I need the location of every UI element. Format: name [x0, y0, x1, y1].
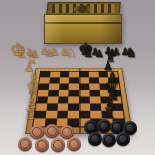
draughts-piece-ring [118, 134, 128, 144]
draughts-piece [88, 132, 102, 146]
draughts-piece-ring [112, 122, 122, 132]
chess-set-photo: ♔♗♙♙♙♙♙♙♘ ♚♝♟♟♟♟♟♟♞ ♖♙♗♕♘♙♖ ♜♟♝♛♞♟♜ [0, 0, 155, 155]
draughts-piece [116, 132, 130, 146]
draughts-piece-ring [104, 135, 114, 145]
draughts-piece-ring [90, 134, 100, 144]
draughts-piece [102, 133, 116, 147]
draughts-piece-ring [99, 121, 109, 131]
draughts-group-right [0, 0, 155, 155]
draughts-piece [97, 119, 111, 133]
draughts-piece-ring [125, 123, 135, 133]
draughts-piece-ring [86, 122, 96, 132]
